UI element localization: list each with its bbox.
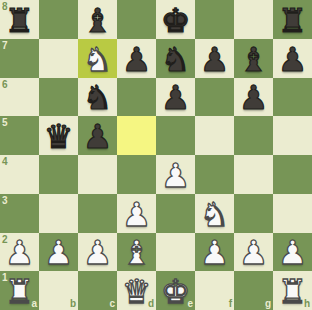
square-a7[interactable]: 7: [0, 39, 39, 78]
square-a1[interactable]: ♜1a: [0, 271, 39, 310]
black-pawn-h7[interactable]: ♟: [278, 43, 308, 76]
black-pawn-e6[interactable]: ♟: [161, 81, 191, 114]
black-rook-a8[interactable]: ♜: [5, 4, 35, 37]
square-e4[interactable]: ♟: [156, 155, 195, 194]
square-f4[interactable]: [195, 155, 234, 194]
square-a3[interactable]: 3: [0, 194, 39, 233]
square-b6[interactable]: [39, 78, 78, 117]
square-g1[interactable]: g: [234, 271, 273, 310]
square-b3[interactable]: [39, 194, 78, 233]
white-pawn-f2[interactable]: ♟: [200, 236, 230, 269]
file-label-g: g: [265, 299, 271, 309]
black-bishop-c8[interactable]: ♝: [83, 4, 113, 37]
square-e3[interactable]: [156, 194, 195, 233]
square-g8[interactable]: [234, 0, 273, 39]
square-d8[interactable]: [117, 0, 156, 39]
square-b7[interactable]: [39, 39, 78, 78]
black-king-e8[interactable]: ♚: [161, 4, 191, 37]
square-g2[interactable]: ♟: [234, 233, 273, 272]
square-h3[interactable]: [273, 194, 312, 233]
white-pawn-b2[interactable]: ♟: [44, 236, 74, 269]
square-f6[interactable]: [195, 78, 234, 117]
square-g7[interactable]: ♝: [234, 39, 273, 78]
rank-label-4: 4: [2, 157, 8, 167]
square-g3[interactable]: [234, 194, 273, 233]
black-pawn-f7[interactable]: ♟: [200, 43, 230, 76]
square-c4[interactable]: [78, 155, 117, 194]
square-e1[interactable]: ♚e: [156, 271, 195, 310]
square-h5[interactable]: [273, 116, 312, 155]
black-pawn-d7[interactable]: ♟: [122, 43, 152, 76]
black-knight-c6[interactable]: ♞: [83, 81, 113, 114]
rank-label-1: 1: [2, 273, 8, 283]
square-c5[interactable]: ♟: [78, 116, 117, 155]
black-bishop-g7[interactable]: ♝: [239, 43, 269, 76]
black-pawn-g6[interactable]: ♟: [239, 81, 269, 114]
square-f5[interactable]: [195, 116, 234, 155]
white-knight-c7[interactable]: ♞: [83, 43, 113, 76]
square-b4[interactable]: [39, 155, 78, 194]
square-a6[interactable]: 6: [0, 78, 39, 117]
square-c7[interactable]: ♞: [78, 39, 117, 78]
square-c3[interactable]: [78, 194, 117, 233]
square-h6[interactable]: [273, 78, 312, 117]
square-f7[interactable]: ♟: [195, 39, 234, 78]
square-h4[interactable]: [273, 155, 312, 194]
square-a2[interactable]: ♟2: [0, 233, 39, 272]
square-b1[interactable]: b: [39, 271, 78, 310]
square-e2[interactable]: [156, 233, 195, 272]
file-label-d: d: [148, 299, 154, 309]
file-label-e: e: [187, 299, 193, 309]
white-pawn-d3[interactable]: ♟: [122, 198, 152, 231]
file-label-a: a: [31, 299, 37, 309]
white-rook-a1[interactable]: ♜: [5, 275, 35, 308]
rank-label-6: 6: [2, 80, 8, 90]
square-f2[interactable]: ♟: [195, 233, 234, 272]
file-label-b: b: [70, 299, 76, 309]
white-pawn-c2[interactable]: ♟: [83, 236, 113, 269]
square-d3[interactable]: ♟: [117, 194, 156, 233]
square-e5[interactable]: [156, 116, 195, 155]
square-b5[interactable]: ♛: [39, 116, 78, 155]
square-d2[interactable]: ♝: [117, 233, 156, 272]
square-f3[interactable]: ♞: [195, 194, 234, 233]
square-g5[interactable]: [234, 116, 273, 155]
square-c2[interactable]: ♟: [78, 233, 117, 272]
black-rook-h8[interactable]: ♜: [278, 4, 308, 37]
rank-label-2: 2: [2, 235, 8, 245]
square-h8[interactable]: ♜: [273, 0, 312, 39]
square-f8[interactable]: [195, 0, 234, 39]
black-queen-b5[interactable]: ♛: [44, 120, 74, 153]
square-d4[interactable]: [117, 155, 156, 194]
white-queen-d1[interactable]: ♛: [122, 275, 152, 308]
square-d7[interactable]: ♟: [117, 39, 156, 78]
square-g6[interactable]: ♟: [234, 78, 273, 117]
square-h1[interactable]: ♜h: [273, 271, 312, 310]
square-c1[interactable]: c: [78, 271, 117, 310]
square-c8[interactable]: ♝: [78, 0, 117, 39]
square-a8[interactable]: ♜8: [0, 0, 39, 39]
square-d5[interactable]: [117, 116, 156, 155]
black-pawn-c5[interactable]: ♟: [83, 120, 113, 153]
rank-label-7: 7: [2, 41, 8, 51]
white-pawn-h2[interactable]: ♟: [278, 236, 308, 269]
white-king-e1[interactable]: ♚: [161, 275, 191, 308]
file-label-c: c: [109, 299, 115, 309]
square-b8[interactable]: [39, 0, 78, 39]
file-label-f: f: [229, 299, 232, 309]
white-pawn-e4[interactable]: ♟: [161, 159, 191, 192]
square-h2[interactable]: ♟: [273, 233, 312, 272]
white-knight-f3[interactable]: ♞: [200, 198, 230, 231]
square-g4[interactable]: [234, 155, 273, 194]
rank-label-3: 3: [2, 196, 8, 206]
white-bishop-d2[interactable]: ♝: [122, 236, 152, 269]
rank-label-5: 5: [2, 118, 8, 128]
rank-label-8: 8: [2, 2, 8, 12]
square-e7[interactable]: ♞: [156, 39, 195, 78]
square-d1[interactable]: ♛d: [117, 271, 156, 310]
square-e6[interactable]: ♟: [156, 78, 195, 117]
square-e8[interactable]: ♚: [156, 0, 195, 39]
chess-board: ♜8♝♚♜7♞♟♞♟♝♟6♞♟♟5♛♟4♟3♟♞♟2♟♟♝♟♟♟♜1abc♛d♚…: [0, 0, 312, 310]
white-pawn-a2[interactable]: ♟: [5, 236, 35, 269]
black-knight-e7[interactable]: ♞: [161, 43, 191, 76]
square-c6[interactable]: ♞: [78, 78, 117, 117]
square-h7[interactable]: ♟: [273, 39, 312, 78]
file-label-h: h: [304, 299, 310, 309]
square-d6[interactable]: [117, 78, 156, 117]
white-rook-h1[interactable]: ♜: [278, 275, 308, 308]
square-b2[interactable]: ♟: [39, 233, 78, 272]
square-a4[interactable]: 4: [0, 155, 39, 194]
square-f1[interactable]: f: [195, 271, 234, 310]
square-a5[interactable]: 5: [0, 116, 39, 155]
white-pawn-g2[interactable]: ♟: [239, 236, 269, 269]
